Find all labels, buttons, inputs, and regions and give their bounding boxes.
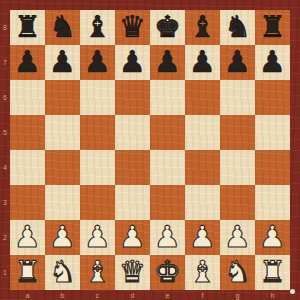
rank-label-7: 7 [0, 45, 10, 80]
square-d2[interactable]: ♟ [115, 220, 150, 255]
black-pawn[interactable]: ♟ [119, 44, 146, 79]
white-rook[interactable]: ♜ [259, 254, 286, 289]
file-label-g: g [220, 290, 255, 300]
rank-label-6: 6 [0, 80, 10, 115]
file-label-d: d [115, 290, 150, 300]
white-pawn[interactable]: ♟ [154, 219, 181, 254]
black-pawn[interactable]: ♟ [154, 44, 181, 79]
black-knight[interactable]: ♞ [224, 9, 251, 44]
black-pawn[interactable]: ♟ [84, 44, 111, 79]
square-g4[interactable] [220, 150, 255, 185]
square-h5[interactable] [255, 115, 290, 150]
square-a6[interactable] [10, 80, 45, 115]
square-a7[interactable]: ♟ [10, 45, 45, 80]
square-a2[interactable]: ♟ [10, 220, 45, 255]
white-queen[interactable]: ♛ [119, 254, 146, 289]
square-e3[interactable] [150, 185, 185, 220]
square-c8[interactable]: ♝ [80, 10, 115, 45]
square-h1[interactable]: ♜ [255, 255, 290, 290]
square-g8[interactable]: ♞ [220, 10, 255, 45]
black-pawn[interactable]: ♟ [49, 44, 76, 79]
square-h3[interactable] [255, 185, 290, 220]
square-b2[interactable]: ♟ [45, 220, 80, 255]
square-d7[interactable]: ♟ [115, 45, 150, 80]
file-label-c: c [80, 290, 115, 300]
square-e6[interactable] [150, 80, 185, 115]
file-label-f: f [185, 290, 220, 300]
square-h7[interactable]: ♟ [255, 45, 290, 80]
chess-board: ♜♞♝♛♚♝♞♜♟♟♟♟♟♟♟♟♟♟♟♟♟♟♟♟♜♞♝♛♚♝♞♜ [10, 10, 290, 290]
square-f6[interactable] [185, 80, 220, 115]
rank-label-4: 4 [0, 150, 10, 185]
square-e7[interactable]: ♟ [150, 45, 185, 80]
square-f2[interactable]: ♟ [185, 220, 220, 255]
file-label-a: a [10, 290, 45, 300]
square-a1[interactable]: ♜ [10, 255, 45, 290]
rank-label-3: 3 [0, 185, 10, 220]
white-pawn[interactable]: ♟ [14, 219, 41, 254]
square-f4[interactable] [185, 150, 220, 185]
square-e2[interactable]: ♟ [150, 220, 185, 255]
black-rook[interactable]: ♜ [14, 9, 41, 44]
square-a8[interactable]: ♜ [10, 10, 45, 45]
square-b8[interactable]: ♞ [45, 10, 80, 45]
corner-dot [290, 289, 295, 294]
rank-label-8: 8 [0, 10, 10, 45]
square-e5[interactable] [150, 115, 185, 150]
white-pawn[interactable]: ♟ [224, 219, 251, 254]
file-label-b: b [45, 290, 80, 300]
white-knight[interactable]: ♞ [224, 254, 251, 289]
square-c1[interactable]: ♝ [80, 255, 115, 290]
white-pawn[interactable]: ♟ [119, 219, 146, 254]
white-pawn[interactable]: ♟ [259, 219, 286, 254]
square-c3[interactable] [80, 185, 115, 220]
white-bishop[interactable]: ♝ [189, 254, 216, 289]
square-a5[interactable] [10, 115, 45, 150]
square-d3[interactable] [115, 185, 150, 220]
board-frame: ♜♞♝♛♚♝♞♜♟♟♟♟♟♟♟♟♟♟♟♟♟♟♟♟♜♞♝♛♚♝♞♜ 8765432… [0, 0, 300, 300]
square-b1[interactable]: ♞ [45, 255, 80, 290]
square-c6[interactable] [80, 80, 115, 115]
square-d5[interactable] [115, 115, 150, 150]
square-d1[interactable]: ♛ [115, 255, 150, 290]
square-h6[interactable] [255, 80, 290, 115]
white-king[interactable]: ♚ [154, 254, 181, 289]
square-f1[interactable]: ♝ [185, 255, 220, 290]
white-bishop[interactable]: ♝ [84, 254, 111, 289]
square-e8[interactable]: ♚ [150, 10, 185, 45]
white-knight[interactable]: ♞ [49, 254, 76, 289]
square-f3[interactable] [185, 185, 220, 220]
square-g3[interactable] [220, 185, 255, 220]
black-bishop[interactable]: ♝ [189, 9, 216, 44]
white-pawn[interactable]: ♟ [49, 219, 76, 254]
square-b3[interactable] [45, 185, 80, 220]
rank-label-2: 2 [0, 220, 10, 255]
square-b6[interactable] [45, 80, 80, 115]
file-label-e: e [150, 290, 185, 300]
square-f7[interactable]: ♟ [185, 45, 220, 80]
square-h8[interactable]: ♜ [255, 10, 290, 45]
square-h4[interactable] [255, 150, 290, 185]
black-pawn[interactable]: ♟ [259, 44, 286, 79]
square-g2[interactable]: ♟ [220, 220, 255, 255]
square-a4[interactable] [10, 150, 45, 185]
white-pawn[interactable]: ♟ [84, 219, 111, 254]
square-g6[interactable] [220, 80, 255, 115]
black-knight[interactable]: ♞ [49, 9, 76, 44]
black-bishop[interactable]: ♝ [84, 9, 111, 44]
rank-label-5: 5 [0, 115, 10, 150]
square-c5[interactable] [80, 115, 115, 150]
square-a3[interactable] [10, 185, 45, 220]
black-pawn[interactable]: ♟ [224, 44, 251, 79]
square-c2[interactable]: ♟ [80, 220, 115, 255]
square-g1[interactable]: ♞ [220, 255, 255, 290]
black-queen[interactable]: ♛ [119, 9, 146, 44]
square-f8[interactable]: ♝ [185, 10, 220, 45]
square-e4[interactable] [150, 150, 185, 185]
square-b5[interactable] [45, 115, 80, 150]
square-b4[interactable] [45, 150, 80, 185]
white-rook[interactable]: ♜ [14, 254, 41, 289]
square-g7[interactable]: ♟ [220, 45, 255, 80]
black-rook[interactable]: ♜ [259, 9, 286, 44]
square-f5[interactable] [185, 115, 220, 150]
square-c7[interactable]: ♟ [80, 45, 115, 80]
square-b7[interactable]: ♟ [45, 45, 80, 80]
black-king[interactable]: ♚ [154, 9, 181, 44]
rank-label-1: 1 [0, 255, 10, 290]
square-d6[interactable] [115, 80, 150, 115]
square-e1[interactable]: ♚ [150, 255, 185, 290]
file-label-h: h [255, 290, 290, 300]
white-pawn[interactable]: ♟ [189, 219, 216, 254]
square-c4[interactable] [80, 150, 115, 185]
square-d8[interactable]: ♛ [115, 10, 150, 45]
black-pawn[interactable]: ♟ [14, 44, 41, 79]
square-h2[interactable]: ♟ [255, 220, 290, 255]
square-g5[interactable] [220, 115, 255, 150]
black-pawn[interactable]: ♟ [189, 44, 216, 79]
square-d4[interactable] [115, 150, 150, 185]
